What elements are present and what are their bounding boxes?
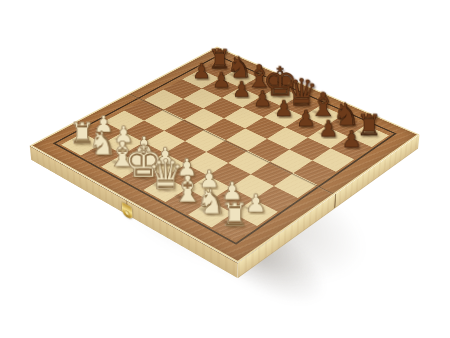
clasp-pin [125, 209, 130, 216]
scene-3d: ♜♞♝♛♚♝♞♜♟♟♟♟♟♟♟♟♟♟♟♟♟♟♟♟♜♞♝♛♚♝♞♜ [0, 0, 450, 338]
folding-chess-board: ♜♞♝♛♚♝♞♜♟♟♟♟♟♟♟♟♟♟♟♟♟♟♟♟♜♞♝♛♚♝♞♜ [30, 47, 420, 263]
brass-clasp [122, 202, 133, 221]
black-pawn[interactable]: ♟ [330, 128, 372, 151]
white-rook[interactable]: ♜ [211, 199, 258, 231]
right-wall-seam [334, 193, 336, 208]
product-photo-canvas: ♜♞♝♛♚♝♞♜♟♟♟♟♟♟♟♟♟♟♟♟♟♟♟♟♜♞♝♛♚♝♞♜ [0, 0, 450, 338]
